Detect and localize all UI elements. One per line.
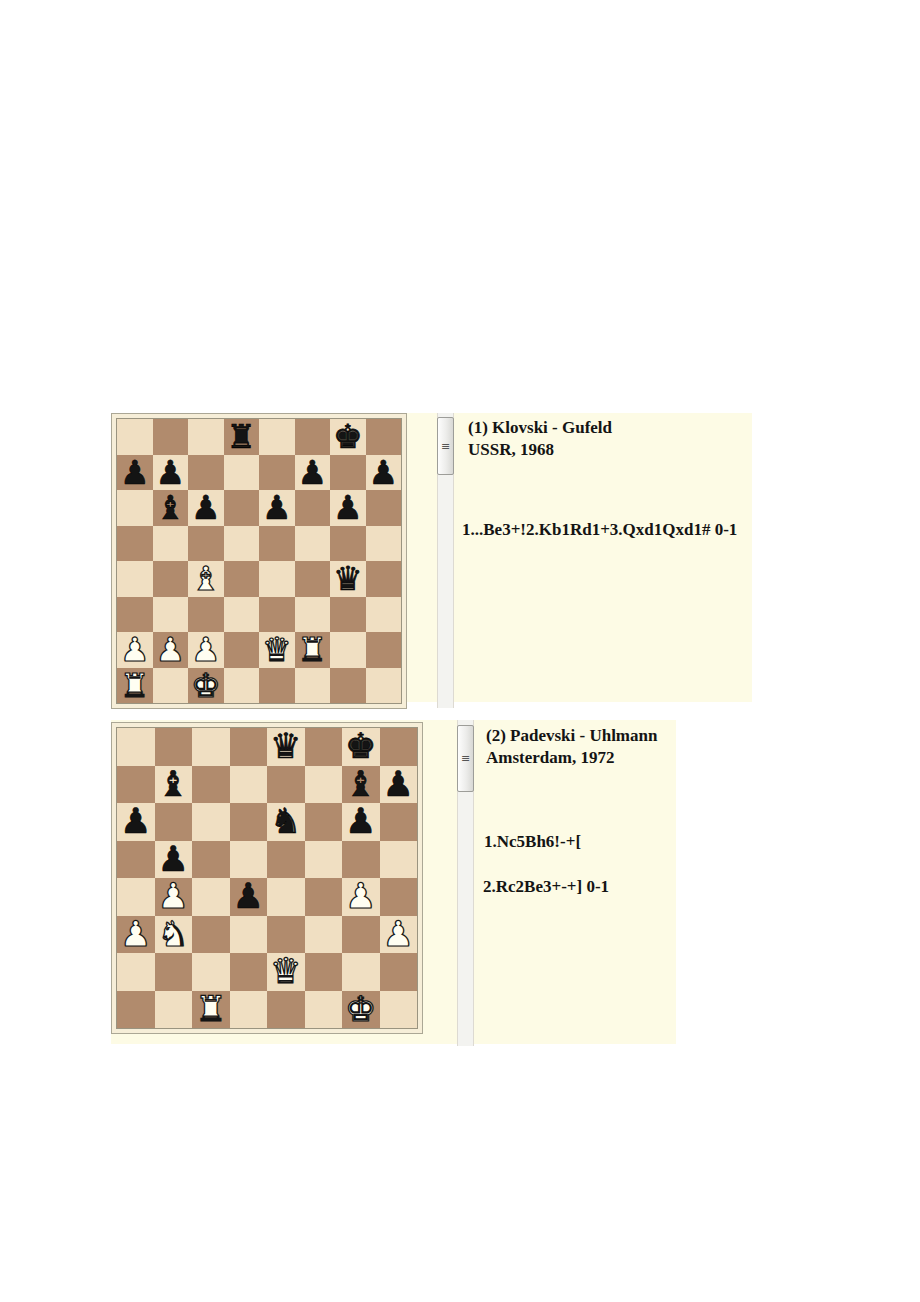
square[interactable] bbox=[192, 766, 230, 804]
square[interactable]: ♛ bbox=[259, 632, 295, 668]
black-piece: ♟ bbox=[233, 879, 264, 914]
white-piece: ♟ bbox=[345, 879, 376, 914]
solution-moves: 1...Be3+!2.Kb1Rd1+3.Qxd1Qxd1# 0-1 bbox=[462, 520, 737, 540]
square[interactable] bbox=[259, 668, 295, 704]
scrollbar-thumb-1[interactable]: ≡ bbox=[437, 417, 454, 475]
square[interactable] bbox=[366, 632, 402, 668]
square[interactable]: ♟ bbox=[188, 490, 224, 526]
black-piece: ♟ bbox=[345, 804, 376, 839]
scrollbar-track-1[interactable]: ≡ bbox=[437, 413, 454, 708]
square[interactable]: ♞ bbox=[155, 916, 193, 954]
square[interactable] bbox=[153, 561, 189, 597]
chess-board-2[interactable]: ♛♚♝♝♟♟♞♟♟♟♟♟♟♞♟♛♜♚ bbox=[111, 722, 423, 1034]
square[interactable] bbox=[305, 916, 343, 954]
square[interactable] bbox=[380, 991, 418, 1029]
square[interactable] bbox=[366, 668, 402, 704]
square[interactable] bbox=[153, 526, 189, 562]
solution-moves-line-2: 2.Rc2Be3+-+] 0-1 bbox=[483, 877, 609, 897]
square[interactable] bbox=[155, 991, 193, 1029]
square[interactable]: ♞ bbox=[267, 803, 305, 841]
square[interactable] bbox=[117, 991, 155, 1029]
square[interactable] bbox=[224, 490, 260, 526]
square[interactable] bbox=[305, 953, 343, 991]
square[interactable] bbox=[117, 878, 155, 916]
scrollbar-thumb-2[interactable]: ≡ bbox=[457, 725, 474, 792]
square[interactable] bbox=[192, 728, 230, 766]
square[interactable] bbox=[188, 597, 224, 633]
square[interactable] bbox=[259, 597, 295, 633]
square[interactable] bbox=[305, 766, 343, 804]
square[interactable] bbox=[342, 916, 380, 954]
square[interactable] bbox=[305, 878, 343, 916]
square[interactable]: ♝ bbox=[153, 490, 189, 526]
white-piece: ♜ bbox=[297, 633, 327, 666]
square[interactable] bbox=[117, 561, 153, 597]
exercise-header: (1) Klovski - Gufeld bbox=[468, 417, 752, 439]
square[interactable] bbox=[267, 991, 305, 1029]
square[interactable]: ♟ bbox=[153, 632, 189, 668]
square[interactable]: ♜ bbox=[295, 632, 331, 668]
square[interactable]: ♛ bbox=[267, 728, 305, 766]
square[interactable]: ♚ bbox=[342, 728, 380, 766]
square[interactable] bbox=[224, 455, 260, 491]
black-piece: ♟ bbox=[120, 804, 151, 839]
square[interactable] bbox=[305, 841, 343, 879]
black-piece: ♟ bbox=[262, 491, 292, 524]
square[interactable]: ♛ bbox=[330, 561, 366, 597]
square[interactable]: ♝ bbox=[155, 766, 193, 804]
chess-board-1[interactable]: ♜♚♟♟♟♟♝♟♟♟♝♛♟♟♟♛♜♜♚ bbox=[111, 413, 407, 709]
square[interactable] bbox=[305, 803, 343, 841]
square[interactable]: ♟ bbox=[117, 803, 155, 841]
square[interactable] bbox=[117, 597, 153, 633]
square[interactable] bbox=[224, 668, 260, 704]
square[interactable] bbox=[330, 632, 366, 668]
square[interactable]: ♟ bbox=[117, 632, 153, 668]
square[interactable] bbox=[153, 597, 189, 633]
square[interactable] bbox=[230, 841, 268, 879]
square[interactable] bbox=[155, 803, 193, 841]
square[interactable]: ♟ bbox=[295, 455, 331, 491]
square[interactable]: ♚ bbox=[342, 991, 380, 1029]
square[interactable]: ♟ bbox=[342, 803, 380, 841]
square[interactable] bbox=[380, 878, 418, 916]
square[interactable] bbox=[380, 728, 418, 766]
square[interactable] bbox=[259, 455, 295, 491]
black-piece: ♟ bbox=[368, 456, 398, 489]
square[interactable] bbox=[259, 419, 295, 455]
exercise-header: (2) Padevski - Uhlmann bbox=[486, 725, 676, 747]
square[interactable] bbox=[230, 953, 268, 991]
white-piece: ♟ bbox=[120, 633, 150, 666]
square[interactable]: ♟ bbox=[188, 632, 224, 668]
square[interactable] bbox=[330, 597, 366, 633]
square[interactable] bbox=[153, 668, 189, 704]
black-piece: ♛ bbox=[333, 562, 363, 595]
square[interactable]: ♟ bbox=[117, 916, 155, 954]
square[interactable] bbox=[117, 953, 155, 991]
square[interactable]: ♜ bbox=[117, 668, 153, 704]
black-piece: ♛ bbox=[270, 729, 301, 764]
square[interactable]: ♟ bbox=[230, 878, 268, 916]
square[interactable]: ♝ bbox=[188, 561, 224, 597]
square[interactable] bbox=[188, 455, 224, 491]
square[interactable] bbox=[192, 803, 230, 841]
grip-icon: ≡ bbox=[441, 441, 450, 452]
black-piece: ♝ bbox=[158, 767, 189, 802]
square[interactable]: ♟ bbox=[380, 916, 418, 954]
black-piece: ♚ bbox=[333, 420, 363, 453]
square[interactable]: ♟ bbox=[366, 455, 402, 491]
square[interactable]: ♟ bbox=[117, 455, 153, 491]
white-piece: ♟ bbox=[191, 633, 221, 666]
square[interactable] bbox=[230, 803, 268, 841]
white-piece: ♚ bbox=[191, 669, 221, 702]
white-piece: ♜ bbox=[195, 992, 226, 1027]
black-piece: ♝ bbox=[345, 767, 376, 802]
white-piece: ♝ bbox=[191, 562, 221, 595]
square[interactable] bbox=[117, 526, 153, 562]
square[interactable] bbox=[330, 668, 366, 704]
black-piece: ♟ bbox=[333, 491, 363, 524]
square[interactable]: ♛ bbox=[267, 953, 305, 991]
square[interactable] bbox=[155, 953, 193, 991]
scrollbar-track-2[interactable]: ≡ bbox=[457, 720, 474, 1046]
square[interactable] bbox=[295, 668, 331, 704]
board-grid-2: ♛♚♝♝♟♟♞♟♟♟♟♟♟♞♟♛♜♚ bbox=[116, 727, 418, 1029]
square[interactable] bbox=[224, 632, 260, 668]
square[interactable] bbox=[117, 766, 155, 804]
square[interactable] bbox=[295, 419, 331, 455]
square[interactable]: ♜ bbox=[224, 419, 260, 455]
square[interactable] bbox=[192, 841, 230, 879]
square[interactable] bbox=[230, 728, 268, 766]
black-piece: ♟ bbox=[158, 842, 189, 877]
white-piece: ♜ bbox=[120, 669, 150, 702]
square[interactable] bbox=[295, 597, 331, 633]
square[interactable]: ♟ bbox=[155, 878, 193, 916]
black-piece: ♞ bbox=[270, 804, 301, 839]
square[interactable] bbox=[267, 878, 305, 916]
square[interactable] bbox=[230, 916, 268, 954]
square[interactable]: ♝ bbox=[342, 766, 380, 804]
exercise-event: USSR, 1968 bbox=[468, 439, 752, 461]
square[interactable] bbox=[330, 526, 366, 562]
square[interactable]: ♜ bbox=[192, 991, 230, 1029]
square[interactable] bbox=[259, 561, 295, 597]
square[interactable] bbox=[192, 916, 230, 954]
square[interactable] bbox=[305, 728, 343, 766]
square[interactable] bbox=[366, 490, 402, 526]
black-piece: ♝ bbox=[155, 491, 185, 524]
square[interactable] bbox=[330, 455, 366, 491]
square[interactable]: ♟ bbox=[259, 490, 295, 526]
square[interactable] bbox=[342, 841, 380, 879]
square[interactable] bbox=[366, 526, 402, 562]
square[interactable] bbox=[259, 526, 295, 562]
square[interactable] bbox=[366, 597, 402, 633]
square[interactable]: ♟ bbox=[155, 841, 193, 879]
exercise-1-panel: (1) Klovski - Gufeld USSR, 1968 bbox=[468, 417, 752, 461]
square[interactable]: ♟ bbox=[330, 490, 366, 526]
square[interactable] bbox=[153, 419, 189, 455]
square[interactable]: ♟ bbox=[153, 455, 189, 491]
white-piece: ♛ bbox=[270, 954, 301, 989]
square[interactable] bbox=[117, 841, 155, 879]
square[interactable] bbox=[188, 419, 224, 455]
white-piece: ♟ bbox=[158, 879, 189, 914]
black-piece: ♟ bbox=[120, 456, 150, 489]
square[interactable] bbox=[342, 953, 380, 991]
square[interactable] bbox=[305, 991, 343, 1029]
white-piece: ♞ bbox=[158, 917, 189, 952]
black-piece: ♚ bbox=[345, 729, 376, 764]
square[interactable] bbox=[117, 419, 153, 455]
square[interactable] bbox=[380, 953, 418, 991]
square[interactable] bbox=[380, 841, 418, 879]
square[interactable] bbox=[295, 561, 331, 597]
square[interactable] bbox=[366, 561, 402, 597]
white-piece: ♟ bbox=[155, 633, 185, 666]
square[interactable] bbox=[224, 597, 260, 633]
square[interactable] bbox=[366, 419, 402, 455]
square[interactable] bbox=[230, 766, 268, 804]
solution-moves-line-1: 1.Nc5Bh6!-+[ bbox=[484, 832, 581, 852]
square[interactable]: ♟ bbox=[342, 878, 380, 916]
square[interactable] bbox=[267, 766, 305, 804]
black-piece: ♟ bbox=[191, 491, 221, 524]
square[interactable] bbox=[380, 803, 418, 841]
square[interactable] bbox=[117, 490, 153, 526]
square[interactable] bbox=[188, 526, 224, 562]
square[interactable]: ♚ bbox=[188, 668, 224, 704]
square[interactable] bbox=[224, 561, 260, 597]
white-piece: ♛ bbox=[262, 633, 292, 666]
black-piece: ♟ bbox=[155, 456, 185, 489]
black-piece: ♜ bbox=[226, 420, 256, 453]
square[interactable] bbox=[230, 991, 268, 1029]
grip-icon: ≡ bbox=[461, 753, 470, 764]
white-piece: ♟ bbox=[120, 917, 151, 952]
square[interactable] bbox=[267, 841, 305, 879]
white-piece: ♟ bbox=[383, 917, 414, 952]
exercise-event: Amsterdam, 1972 bbox=[486, 747, 676, 769]
black-piece: ♟ bbox=[297, 456, 327, 489]
square[interactable]: ♚ bbox=[330, 419, 366, 455]
square[interactable] bbox=[192, 953, 230, 991]
black-piece: ♟ bbox=[383, 767, 414, 802]
square[interactable] bbox=[224, 526, 260, 562]
square[interactable] bbox=[295, 526, 331, 562]
square[interactable]: ♟ bbox=[380, 766, 418, 804]
square[interactable] bbox=[155, 728, 193, 766]
board-grid-1: ♜♚♟♟♟♟♝♟♟♟♝♛♟♟♟♛♜♜♚ bbox=[116, 418, 402, 704]
square[interactable] bbox=[295, 490, 331, 526]
exercise-2-panel: (2) Padevski - Uhlmann Amsterdam, 1972 bbox=[486, 725, 676, 769]
square[interactable] bbox=[267, 916, 305, 954]
white-piece: ♚ bbox=[345, 992, 376, 1027]
square[interactable] bbox=[192, 878, 230, 916]
square[interactable] bbox=[117, 728, 155, 766]
